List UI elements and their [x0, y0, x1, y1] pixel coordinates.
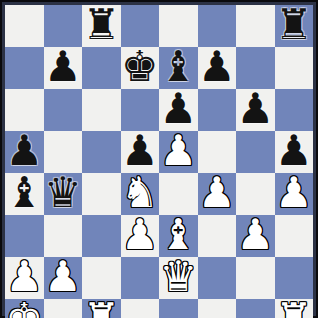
- square-c6[interactable]: [82, 89, 121, 131]
- piece-black-queen[interactable]: ♛: [44, 172, 82, 214]
- square-h1[interactable]: ♜: [275, 299, 314, 318]
- square-e3[interactable]: ♝: [159, 215, 198, 257]
- square-f2[interactable]: [198, 257, 237, 299]
- piece-black-pawn[interactable]: ♟: [275, 130, 313, 172]
- square-e2[interactable]: ♛: [159, 257, 198, 299]
- piece-white-king[interactable]: ♚: [5, 298, 43, 318]
- square-b7[interactable]: ♟: [44, 47, 83, 89]
- square-a8[interactable]: [5, 5, 44, 47]
- square-c3[interactable]: [82, 215, 121, 257]
- square-a5[interactable]: ♟: [5, 131, 44, 173]
- square-e4[interactable]: [159, 173, 198, 215]
- square-e1[interactable]: [159, 299, 198, 318]
- square-g1[interactable]: [236, 299, 275, 318]
- square-c8[interactable]: ♜: [82, 5, 121, 47]
- square-d3[interactable]: ♟: [121, 215, 160, 257]
- piece-black-pawn[interactable]: ♟: [236, 88, 274, 130]
- square-h6[interactable]: [275, 89, 314, 131]
- square-d5[interactable]: ♟: [121, 131, 160, 173]
- square-e5[interactable]: ♟: [159, 131, 198, 173]
- piece-black-bishop[interactable]: ♝: [5, 172, 43, 214]
- piece-black-pawn[interactable]: ♟: [198, 46, 236, 88]
- piece-white-pawn[interactable]: ♟: [121, 214, 159, 256]
- square-g6[interactable]: ♟: [236, 89, 275, 131]
- piece-black-pawn[interactable]: ♟: [5, 130, 43, 172]
- square-b8[interactable]: [44, 5, 83, 47]
- square-e8[interactable]: [159, 5, 198, 47]
- piece-black-pawn[interactable]: ♟: [44, 46, 82, 88]
- square-d8[interactable]: [121, 5, 160, 47]
- piece-black-king[interactable]: ♚: [121, 46, 159, 88]
- piece-white-pawn[interactable]: ♟: [236, 214, 274, 256]
- square-f3[interactable]: [198, 215, 237, 257]
- square-b5[interactable]: [44, 131, 83, 173]
- square-g8[interactable]: [236, 5, 275, 47]
- square-c2[interactable]: [82, 257, 121, 299]
- piece-white-pawn[interactable]: ♟: [159, 130, 197, 172]
- square-g4[interactable]: [236, 173, 275, 215]
- square-a1[interactable]: ♚: [5, 299, 44, 318]
- square-a4[interactable]: ♝: [5, 173, 44, 215]
- square-b6[interactable]: [44, 89, 83, 131]
- piece-white-queen[interactable]: ♛: [159, 256, 197, 298]
- square-a2[interactable]: ♟: [5, 257, 44, 299]
- square-f6[interactable]: [198, 89, 237, 131]
- square-f1[interactable]: [198, 299, 237, 318]
- square-h8[interactable]: ♜: [275, 5, 314, 47]
- square-b2[interactable]: ♟: [44, 257, 83, 299]
- piece-white-rook[interactable]: ♜: [275, 298, 313, 318]
- piece-white-bishop[interactable]: ♝: [159, 214, 197, 256]
- square-d4[interactable]: ♞: [121, 173, 160, 215]
- square-d6[interactable]: [121, 89, 160, 131]
- square-g7[interactable]: [236, 47, 275, 89]
- square-h2[interactable]: [275, 257, 314, 299]
- square-b1[interactable]: [44, 299, 83, 318]
- square-g2[interactable]: [236, 257, 275, 299]
- square-a7[interactable]: [5, 47, 44, 89]
- chess-board: ♜♜♟♚♝♟♟♟♟♟♟♟♝♛♞♟♟♟♝♟♟♟♛♚♜♜: [5, 5, 313, 313]
- piece-white-pawn[interactable]: ♟: [198, 172, 236, 214]
- square-d2[interactable]: [121, 257, 160, 299]
- square-h3[interactable]: [275, 215, 314, 257]
- square-c7[interactable]: [82, 47, 121, 89]
- piece-white-pawn[interactable]: ♟: [275, 172, 313, 214]
- piece-white-pawn[interactable]: ♟: [5, 256, 43, 298]
- square-f5[interactable]: [198, 131, 237, 173]
- piece-black-rook[interactable]: ♜: [275, 4, 313, 46]
- square-a3[interactable]: [5, 215, 44, 257]
- square-b4[interactable]: ♛: [44, 173, 83, 215]
- square-e7[interactable]: ♝: [159, 47, 198, 89]
- square-h4[interactable]: ♟: [275, 173, 314, 215]
- square-c4[interactable]: [82, 173, 121, 215]
- square-g5[interactable]: [236, 131, 275, 173]
- square-d7[interactable]: ♚: [121, 47, 160, 89]
- piece-white-rook[interactable]: ♜: [82, 298, 120, 318]
- square-b3[interactable]: [44, 215, 83, 257]
- square-c1[interactable]: ♜: [82, 299, 121, 318]
- piece-black-rook[interactable]: ♜: [82, 4, 120, 46]
- square-f7[interactable]: ♟: [198, 47, 237, 89]
- piece-black-bishop[interactable]: ♝: [159, 46, 197, 88]
- square-e6[interactable]: ♟: [159, 89, 198, 131]
- piece-black-pawn[interactable]: ♟: [121, 130, 159, 172]
- square-f8[interactable]: [198, 5, 237, 47]
- piece-black-pawn[interactable]: ♟: [159, 88, 197, 130]
- chess-board-frame: ♜♜♟♚♝♟♟♟♟♟♟♟♝♛♞♟♟♟♝♟♟♟♛♚♜♜: [0, 0, 318, 318]
- square-f4[interactable]: ♟: [198, 173, 237, 215]
- square-h5[interactable]: ♟: [275, 131, 314, 173]
- square-g3[interactable]: ♟: [236, 215, 275, 257]
- square-a6[interactable]: [5, 89, 44, 131]
- piece-white-knight[interactable]: ♞: [121, 172, 159, 214]
- square-c5[interactable]: [82, 131, 121, 173]
- square-h7[interactable]: [275, 47, 314, 89]
- square-d1[interactable]: [121, 299, 160, 318]
- piece-white-pawn[interactable]: ♟: [44, 256, 82, 298]
